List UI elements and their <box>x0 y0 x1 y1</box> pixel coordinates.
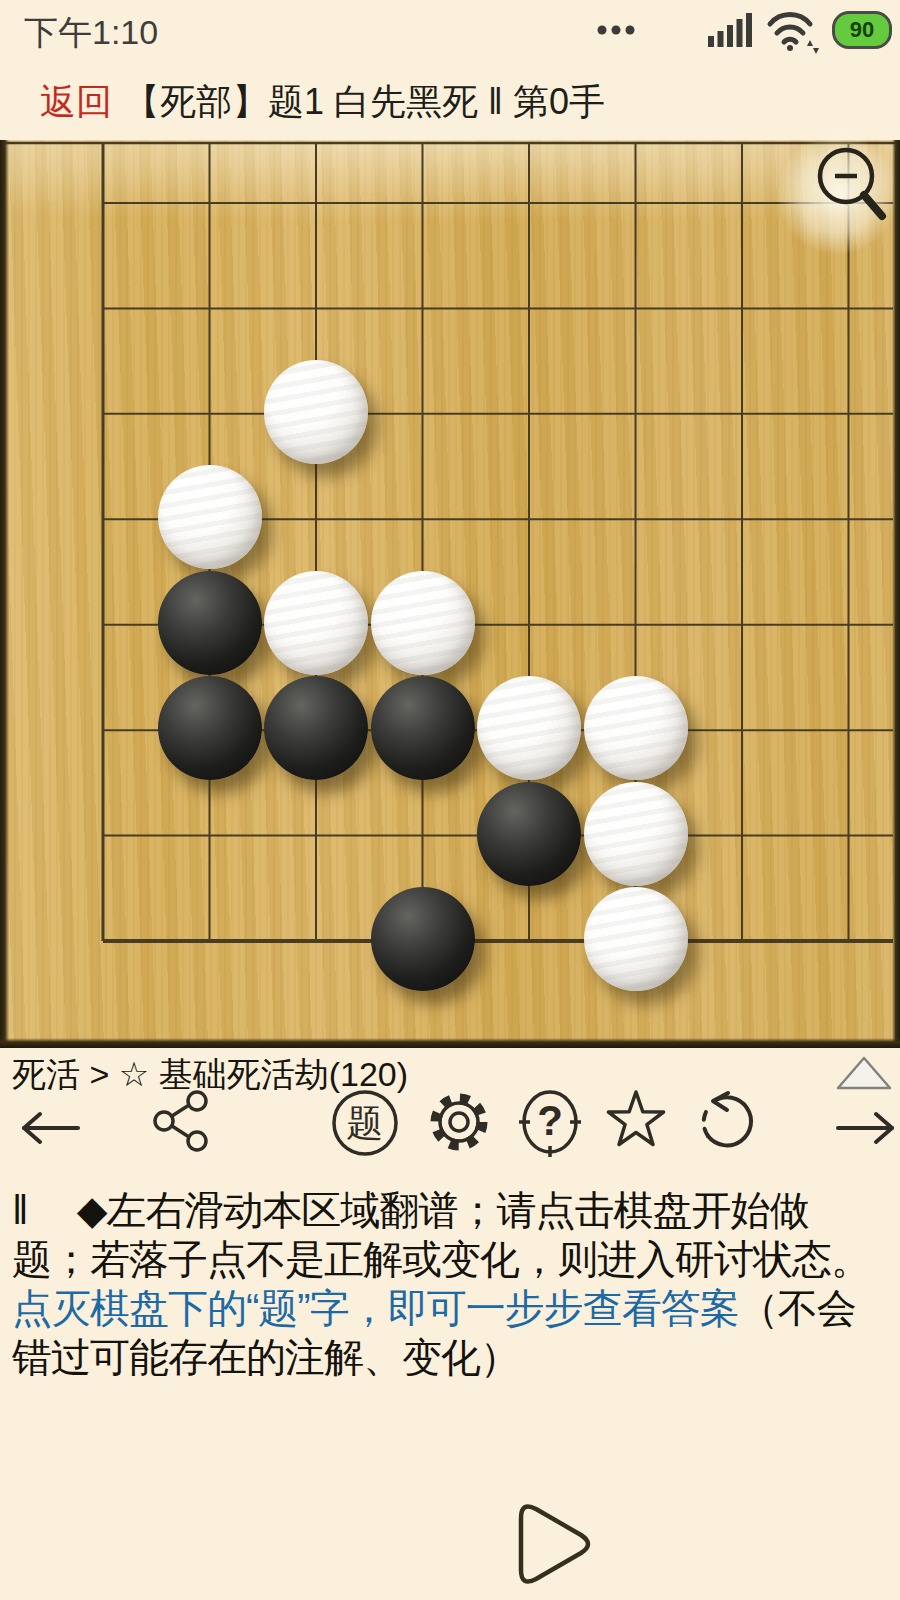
next-arrow-button[interactable] <box>830 1108 900 1148</box>
status-bar: 下午1:10 90 <box>0 0 900 60</box>
clock-label: 下午1:10 <box>24 10 158 56</box>
go-board[interactable] <box>0 140 900 1048</box>
go-stone-black <box>158 676 262 780</box>
help-question-button[interactable]: ? <box>517 1088 583 1158</box>
instructions-panel: ‖ ◆左右滑动本区域翻谱；请点击棋盘开始做 题；若落子点不是正解或变化，则进入研… <box>12 1186 900 1382</box>
svg-text:?: ? <box>537 1097 563 1144</box>
go-stone-black <box>371 887 475 991</box>
go-stone-black <box>371 676 475 780</box>
problem-badge-button[interactable]: 题 <box>330 1088 400 1158</box>
go-stone-white <box>264 571 368 675</box>
go-stone-white <box>158 465 262 569</box>
instruction-link-text: 点灭棋盘下的“题”字，即可一步步查看答案 <box>12 1286 739 1330</box>
go-stone-white <box>371 571 475 675</box>
toolbar: 题 ? <box>0 1086 900 1170</box>
instruction-line-2: 题；若落子点不是正解或变化，则进入研讨状态。 <box>12 1235 900 1284</box>
wifi-icon <box>765 6 821 54</box>
battery-indicator: 90 <box>832 11 892 49</box>
instruction-line-4: 错过可能存在的注解、变化） <box>12 1333 900 1382</box>
go-stone-black <box>158 571 262 675</box>
prev-arrow-button[interactable] <box>16 1108 86 1148</box>
go-stone-white <box>264 360 368 464</box>
share-button[interactable] <box>150 1088 214 1156</box>
go-stone-black <box>477 782 581 886</box>
instruction-line-3: 点灭棋盘下的“题”字，即可一步步查看答案（不会 <box>12 1284 900 1333</box>
settings-gear-button[interactable] <box>426 1088 492 1156</box>
moon-icon <box>651 6 697 54</box>
stones-layer <box>0 140 900 1048</box>
play-button[interactable] <box>505 1492 601 1598</box>
back-button[interactable]: 返回 <box>40 78 112 127</box>
header: 返回 【死部】题1 白先黑死 ‖ 第0手 <box>0 60 900 140</box>
go-stone-white <box>584 887 688 991</box>
page-title: 【死部】题1 白先黑死 ‖ 第0手 <box>124 78 605 127</box>
go-stone-white <box>477 676 581 780</box>
battery-percent: 90 <box>850 17 874 43</box>
svg-text:题: 题 <box>347 1103 384 1144</box>
reset-undo-button[interactable] <box>694 1088 758 1156</box>
zoom-out-icon[interactable] <box>808 144 892 234</box>
more-dots-icon <box>596 24 640 36</box>
signal-strength-icon <box>708 13 754 47</box>
go-stone-white <box>584 676 688 780</box>
scroll-up-handle[interactable] <box>836 1056 892 1090</box>
favorite-star-button[interactable] <box>604 1088 668 1150</box>
instruction-line-1: ‖ ◆左右滑动本区域翻谱；请点击棋盘开始做 <box>12 1186 900 1235</box>
go-stone-black <box>264 676 368 780</box>
go-stone-white <box>584 782 688 886</box>
